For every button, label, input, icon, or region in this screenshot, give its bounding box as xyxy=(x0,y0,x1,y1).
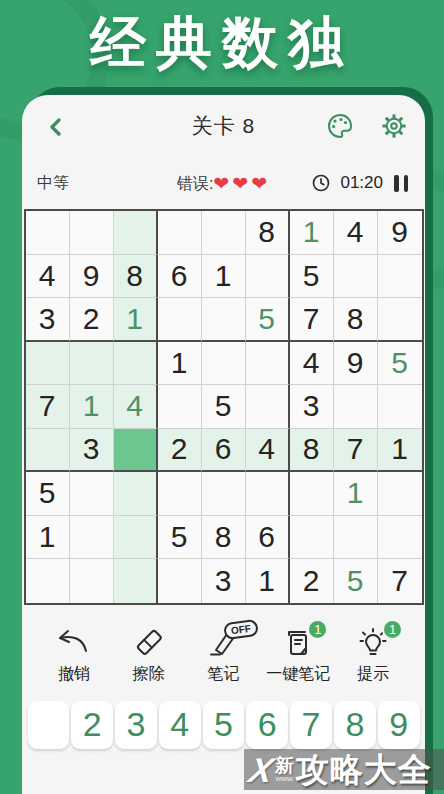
sudoku-cell-r8c8[interactable] xyxy=(334,516,378,560)
sudoku-cell-r4c2[interactable] xyxy=(70,342,114,386)
sudoku-cell-r9c8[interactable]: 5 xyxy=(334,559,378,603)
app-title: 经典数独 xyxy=(0,6,444,82)
sudoku-cell-r2c7[interactable]: 5 xyxy=(290,255,334,299)
sudoku-cell-r9c9[interactable]: 7 xyxy=(378,559,422,603)
sudoku-cell-r2c3[interactable]: 8 xyxy=(114,255,158,299)
tool-label: 笔记 xyxy=(208,664,240,685)
sudoku-cell-r3c6[interactable]: 5 xyxy=(246,298,290,342)
sudoku-cell-r2c9[interactable] xyxy=(378,255,422,299)
sudoku-cell-r1c3[interactable] xyxy=(114,211,158,255)
sudoku-cell-r5c4[interactable] xyxy=(158,385,202,429)
sudoku-cell-r9c3[interactable] xyxy=(114,559,158,603)
numpad-key-8[interactable]: 8 xyxy=(334,701,376,749)
numpad-key-2[interactable]: 2 xyxy=(71,701,113,749)
sudoku-cell-r2c2[interactable]: 9 xyxy=(70,255,114,299)
hint-button[interactable]: 1 提示 xyxy=(337,627,409,685)
watermark-logo: X xyxy=(246,753,276,787)
numpad-key-4[interactable]: 4 xyxy=(159,701,201,749)
watermark-text-small: 新 xyxy=(275,756,294,775)
sudoku-cell-r4c8[interactable]: 9 xyxy=(334,342,378,386)
sudoku-cell-r8c1[interactable]: 1 xyxy=(26,516,70,560)
mistakes-label: 错误: xyxy=(177,175,213,192)
notes-off-badge: OFF xyxy=(222,618,258,640)
sudoku-cell-r6c8[interactable]: 7 xyxy=(334,429,378,473)
sudoku-cell-r6c4[interactable]: 2 xyxy=(158,429,202,473)
game-card: 关卡 8 xyxy=(22,95,425,794)
sudoku-cell-r2c5[interactable]: 1 xyxy=(202,255,246,299)
sudoku-cell-r5c2[interactable]: 1 xyxy=(70,385,114,429)
sudoku-cell-r5c1[interactable]: 7 xyxy=(26,385,70,429)
sudoku-cell-r7c3[interactable] xyxy=(114,472,158,516)
chevron-left-icon xyxy=(46,117,66,137)
sudoku-cell-r8c4[interactable]: 5 xyxy=(158,516,202,560)
hint-badge: 1 xyxy=(382,619,403,640)
sudoku-cell-r1c6[interactable]: 8 xyxy=(246,211,290,255)
sudoku-cell-r5c9[interactable] xyxy=(378,385,422,429)
sudoku-cell-r6c1[interactable] xyxy=(26,429,70,473)
sudoku-cell-r3c5[interactable] xyxy=(202,298,246,342)
numpad-key-7[interactable]: 7 xyxy=(290,701,332,749)
sudoku-cell-r6c9[interactable]: 1 xyxy=(378,429,422,473)
sudoku-cell-r7c5[interactable] xyxy=(202,472,246,516)
watermark-text-large: 攻略大全 xyxy=(296,753,432,786)
auto-notes-badge: 1 xyxy=(307,619,328,640)
sudoku-cell-r3c7[interactable]: 7 xyxy=(290,298,334,342)
sudoku-cell-r1c8[interactable]: 4 xyxy=(334,211,378,255)
sudoku-cell-r3c8[interactable]: 8 xyxy=(334,298,378,342)
sudoku-cell-r7c8[interactable]: 1 xyxy=(334,472,378,516)
sudoku-cell-r7c2[interactable] xyxy=(70,472,114,516)
sudoku-cell-r5c3[interactable]: 4 xyxy=(114,385,158,429)
sudoku-cell-r5c5[interactable]: 5 xyxy=(202,385,246,429)
numpad-key-blank[interactable] xyxy=(28,701,70,749)
number-pad: 23456789 xyxy=(28,701,420,749)
settings-button[interactable] xyxy=(377,109,411,143)
header-bar: 关卡 8 xyxy=(22,95,425,157)
tool-label: 擦除 xyxy=(133,664,165,685)
sudoku-cell-r8c7[interactable] xyxy=(290,516,334,560)
sudoku-cell-r9c2[interactable] xyxy=(70,559,114,603)
sudoku-cell-r8c3[interactable] xyxy=(114,516,158,560)
sudoku-cell-r8c6[interactable]: 6 xyxy=(246,516,290,560)
sudoku-cell-r8c5[interactable]: 8 xyxy=(202,516,246,560)
hearts-icons: ❤❤❤ xyxy=(213,173,270,194)
sudoku-cell-r7c6[interactable] xyxy=(246,472,290,516)
sudoku-cell-r8c2[interactable] xyxy=(70,516,114,560)
sudoku-cell-r2c6[interactable] xyxy=(246,255,290,299)
sudoku-cell-r9c7[interactable]: 2 xyxy=(290,559,334,603)
sudoku-cell-r9c1[interactable] xyxy=(26,559,70,603)
erase-button[interactable]: 擦除 xyxy=(113,627,185,685)
watermark-text-sub: www xyxy=(276,775,293,783)
sudoku-cell-r6c6[interactable]: 4 xyxy=(246,429,290,473)
sudoku-cell-r9c5[interactable]: 3 xyxy=(202,559,246,603)
sudoku-cell-r9c4[interactable] xyxy=(158,559,202,603)
undo-icon xyxy=(56,627,92,659)
palette-icon xyxy=(325,111,355,141)
sudoku-cell-r4c3[interactable] xyxy=(114,342,158,386)
numpad-key-6[interactable]: 6 xyxy=(246,701,288,749)
timer-value: 01:20 xyxy=(340,173,383,193)
undo-button[interactable]: 撤销 xyxy=(38,627,110,685)
gear-icon xyxy=(379,111,409,141)
notes-button[interactable]: OFF 笔记 xyxy=(188,627,260,685)
sudoku-board: 8149498615321578149571453326487151158631… xyxy=(24,209,424,605)
back-button[interactable] xyxy=(38,109,74,145)
numpad-key-3[interactable]: 3 xyxy=(115,701,157,749)
sudoku-cell-r9c6[interactable]: 1 xyxy=(246,559,290,603)
sudoku-cell-r3c4[interactable] xyxy=(158,298,202,342)
sudoku-cell-r3c3[interactable]: 1 xyxy=(114,298,158,342)
sudoku-cell-r7c1[interactable]: 5 xyxy=(26,472,70,516)
sudoku-cell-r2c4[interactable]: 6 xyxy=(158,255,202,299)
watermark: X 新 www 攻略大全 xyxy=(244,749,444,790)
sudoku-cell-r1c4[interactable] xyxy=(158,211,202,255)
tool-label: 撤销 xyxy=(58,664,90,685)
sudoku-cell-r4c9[interactable]: 5 xyxy=(378,342,422,386)
sudoku-cell-r1c1[interactable] xyxy=(26,211,70,255)
eraser-icon xyxy=(132,627,166,659)
sudoku-cell-r6c5[interactable]: 6 xyxy=(202,429,246,473)
sudoku-cell-r2c1[interactable]: 4 xyxy=(26,255,70,299)
sudoku-cell-r4c4[interactable]: 1 xyxy=(158,342,202,386)
sudoku-cell-r7c7[interactable] xyxy=(290,472,334,516)
sudoku-cell-r4c7[interactable]: 4 xyxy=(290,342,334,386)
toolbar: 撤销 擦除 OFF 笔记 1 xyxy=(22,627,425,685)
status-bar: 中等 错误:❤❤❤ 01:20 xyxy=(22,165,425,201)
sudoku-cell-r2c8[interactable] xyxy=(334,255,378,299)
sudoku-cell-r8c9[interactable] xyxy=(378,516,422,560)
sudoku-cell-r4c5[interactable] xyxy=(202,342,246,386)
sudoku-cell-r6c2[interactable]: 3 xyxy=(70,429,114,473)
sudoku-cell-r3c1[interactable]: 3 xyxy=(26,298,70,342)
theme-button[interactable] xyxy=(323,109,357,143)
tool-label: 提示 xyxy=(357,664,389,685)
numpad-key-9[interactable]: 9 xyxy=(378,701,420,749)
sudoku-cell-r1c5[interactable] xyxy=(202,211,246,255)
auto-notes-button[interactable]: 1 一键笔记 xyxy=(262,627,334,685)
numpad-key-5[interactable]: 5 xyxy=(203,701,245,749)
sudoku-cell-r1c2[interactable] xyxy=(70,211,114,255)
sudoku-cell-r7c4[interactable] xyxy=(158,472,202,516)
sudoku-cell-r7c9[interactable] xyxy=(378,472,422,516)
sudoku-cell-r4c6[interactable] xyxy=(246,342,290,386)
clock-icon xyxy=(311,173,331,193)
sudoku-cell-r5c7[interactable]: 3 xyxy=(290,385,334,429)
sudoku-cell-r1c9[interactable]: 9 xyxy=(378,211,422,255)
tool-label: 一键笔记 xyxy=(266,664,330,685)
sudoku-cell-r6c7[interactable]: 8 xyxy=(290,429,334,473)
sudoku-cell-r5c8[interactable] xyxy=(334,385,378,429)
sudoku-cell-r4c1[interactable] xyxy=(26,342,70,386)
sudoku-cell-r1c7[interactable]: 1 xyxy=(290,211,334,255)
sudoku-cell-r3c9[interactable] xyxy=(378,298,422,342)
pause-button[interactable] xyxy=(392,173,410,194)
sudoku-cell-r5c6[interactable] xyxy=(246,385,290,429)
sudoku-cell-r3c2[interactable]: 2 xyxy=(70,298,114,342)
sudoku-cell-r6c3[interactable] xyxy=(114,429,158,473)
